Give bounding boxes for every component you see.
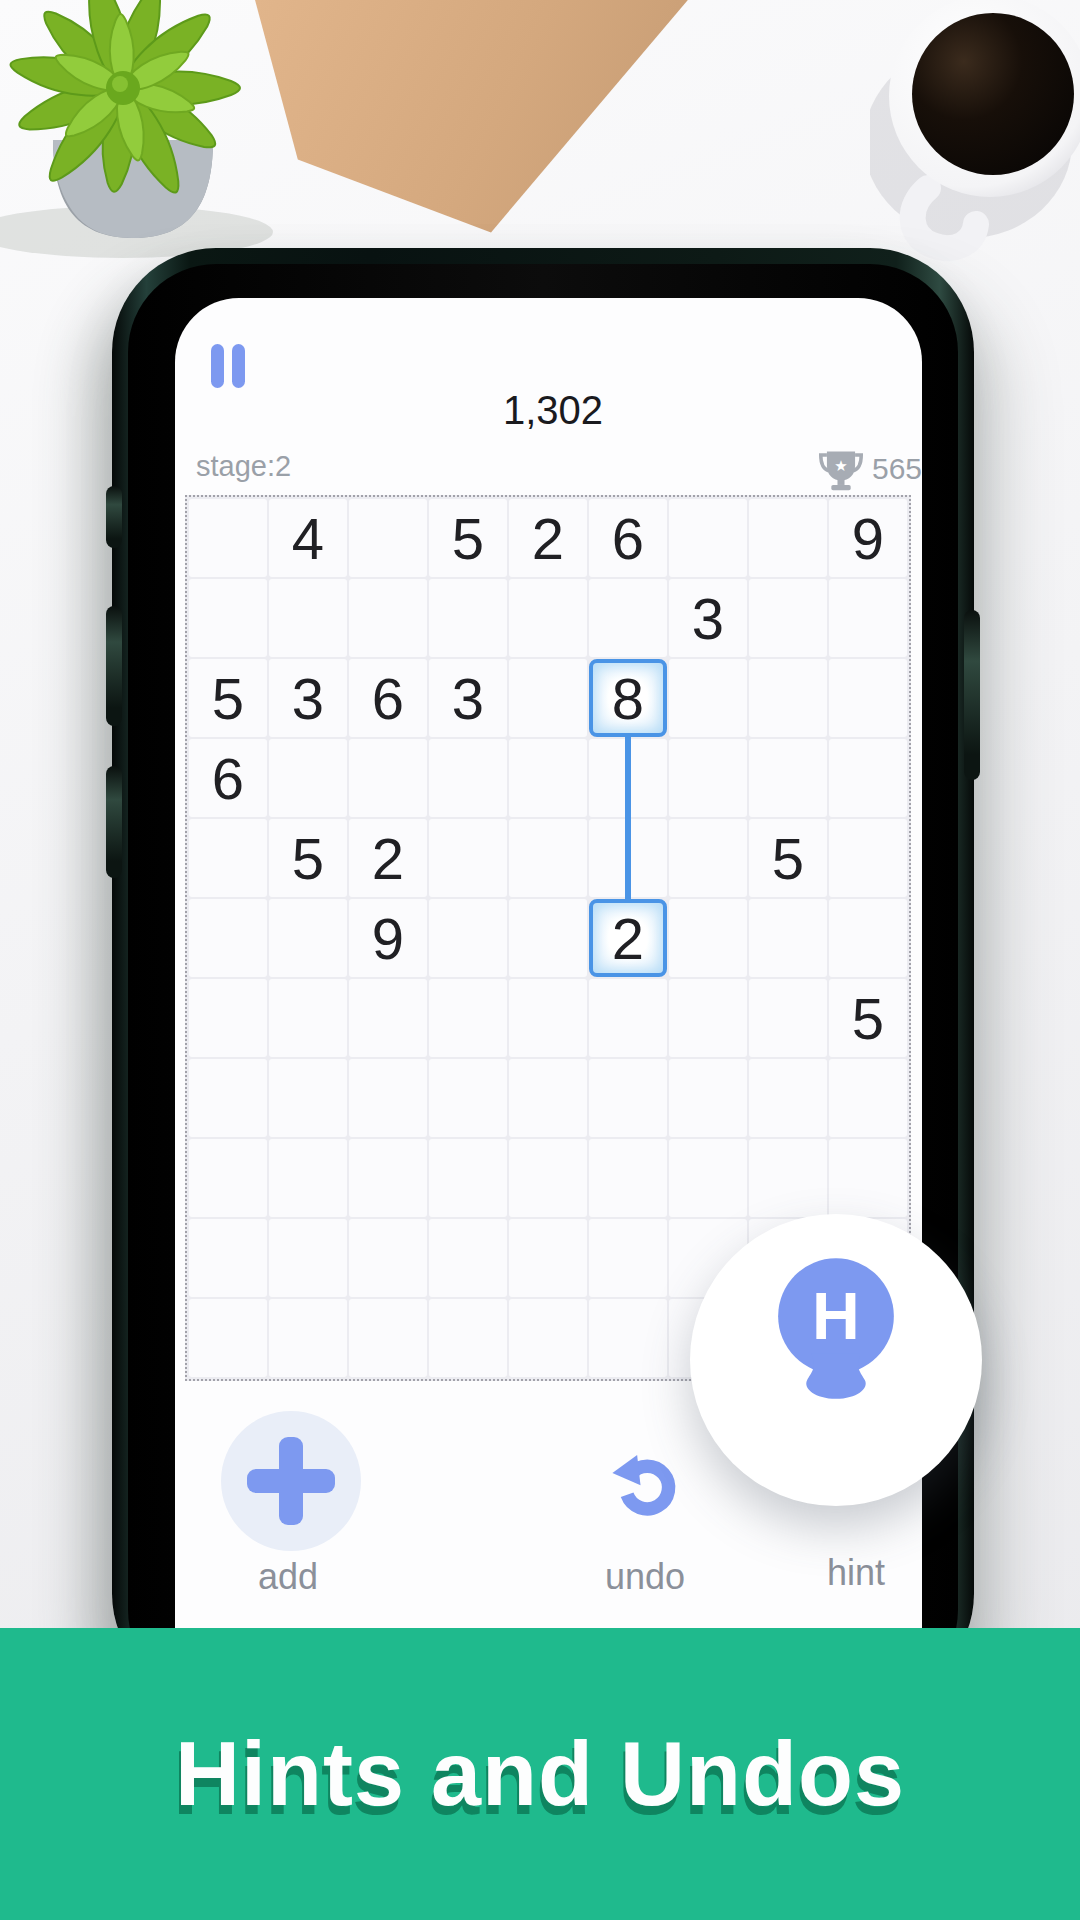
grid-cell[interactable] — [269, 1059, 347, 1137]
stage-label: stage:2 — [196, 450, 291, 483]
grid-cell[interactable] — [509, 899, 587, 977]
grid-cell[interactable]: 2 — [349, 819, 427, 897]
grid-cell[interactable] — [509, 579, 587, 657]
grid-cell[interactable] — [589, 979, 667, 1057]
grid-cell[interactable]: 9 — [349, 899, 427, 977]
grid-cell[interactable] — [189, 1219, 267, 1297]
grid-cell[interactable] — [829, 1059, 907, 1137]
grid-cell[interactable] — [829, 899, 907, 977]
grid-cell[interactable] — [349, 1299, 427, 1377]
grid-cell[interactable] — [269, 739, 347, 817]
hint-label: hint — [827, 1552, 885, 1594]
score-value: 1,302 — [503, 388, 603, 433]
grid-cell[interactable] — [669, 819, 747, 897]
grid-cell[interactable] — [349, 499, 427, 577]
hint-letter: H — [812, 1279, 860, 1353]
grid-cell[interactable]: 5 — [189, 659, 267, 737]
grid-cell[interactable] — [509, 1059, 587, 1137]
pause-icon — [232, 344, 245, 388]
grid-cell[interactable] — [509, 1219, 587, 1297]
grid-cell[interactable]: 6 — [349, 659, 427, 737]
grid-cell[interactable] — [589, 1059, 667, 1137]
grid-cell[interactable] — [429, 819, 507, 897]
grid-cell[interactable] — [429, 899, 507, 977]
grid-cell[interactable] — [429, 1059, 507, 1137]
pause-icon — [211, 344, 224, 388]
grid-cell[interactable] — [189, 979, 267, 1057]
lightbulb-icon: H — [774, 1256, 898, 1426]
grid-cell[interactable] — [269, 979, 347, 1057]
grid-cell[interactable] — [189, 499, 267, 577]
promo-screenshot: 1,302 stage:2 ★ 565 452693536386525925 a… — [0, 0, 1080, 1920]
grid-cell[interactable] — [509, 819, 587, 897]
grid-cell[interactable]: 8 — [589, 659, 667, 737]
undo-button[interactable] — [609, 1447, 681, 1519]
grid-cell[interactable] — [669, 979, 747, 1057]
grid-cell[interactable] — [269, 1299, 347, 1377]
grid-cell[interactable] — [669, 499, 747, 577]
grid-cell[interactable] — [349, 1059, 427, 1137]
grid-cell[interactable] — [349, 979, 427, 1057]
power-button — [106, 766, 122, 878]
plus-icon — [279, 1437, 303, 1525]
grid-cell[interactable] — [749, 1139, 827, 1217]
grid-cell[interactable] — [509, 1299, 587, 1377]
grid-cell[interactable] — [589, 1219, 667, 1297]
grid-cell[interactable] — [669, 659, 747, 737]
grid-cell[interactable]: 2 — [589, 899, 667, 977]
grid-cell[interactable] — [349, 1219, 427, 1297]
add-button[interactable] — [221, 1411, 361, 1551]
grid-cell[interactable] — [829, 659, 907, 737]
grid-cell[interactable] — [509, 979, 587, 1057]
grid-cell[interactable] — [189, 899, 267, 977]
banner-title: Hints and Undos — [175, 1723, 905, 1826]
undo-arrow-icon — [612, 1455, 640, 1485]
volume-button — [106, 606, 122, 726]
hint-button[interactable]: H — [690, 1214, 982, 1506]
grid-cell[interactable] — [429, 1139, 507, 1217]
grid-cell[interactable] — [589, 579, 667, 657]
trophy-score: 565 — [872, 452, 922, 486]
grid-cell[interactable]: 5 — [429, 499, 507, 577]
grid-cell[interactable] — [749, 1059, 827, 1137]
grid-cell[interactable]: 5 — [749, 819, 827, 897]
grid-cell[interactable] — [749, 899, 827, 977]
grid-cell[interactable] — [669, 899, 747, 977]
grid-cell[interactable] — [429, 979, 507, 1057]
promo-banner: Hints and Undos — [0, 1628, 1080, 1920]
grid-cell[interactable] — [429, 579, 507, 657]
grid-cell[interactable]: 9 — [829, 499, 907, 577]
grid-cell[interactable] — [349, 1139, 427, 1217]
undo-label: undo — [605, 1556, 685, 1598]
grid-cell[interactable] — [429, 739, 507, 817]
grid-cell[interactable] — [749, 979, 827, 1057]
grid-cell[interactable] — [509, 659, 587, 737]
grid-cell[interactable] — [189, 1299, 267, 1377]
pause-button[interactable] — [211, 344, 245, 388]
star-icon: ★ — [834, 457, 847, 474]
grid-cell[interactable]: 4 — [269, 499, 347, 577]
grid-cell[interactable] — [669, 1139, 747, 1217]
grid-cell[interactable] — [269, 899, 347, 977]
grid-cell[interactable]: 3 — [269, 659, 347, 737]
grid-cell[interactable] — [269, 1139, 347, 1217]
grid-cell[interactable]: 5 — [829, 979, 907, 1057]
grid-cell[interactable] — [829, 579, 907, 657]
trophy-icon: ★ — [818, 448, 864, 492]
grid-cell[interactable] — [269, 1219, 347, 1297]
grid-cell[interactable] — [749, 579, 827, 657]
succulent-plant — [0, 0, 378, 270]
grid-cell[interactable] — [829, 819, 907, 897]
grid-cell[interactable] — [429, 1219, 507, 1297]
grid-cell[interactable] — [509, 739, 587, 817]
grid-cell[interactable] — [429, 1299, 507, 1377]
grid-cell[interactable] — [189, 579, 267, 657]
grid-cell[interactable] — [829, 1139, 907, 1217]
grid-cell[interactable]: 5 — [269, 819, 347, 897]
grid-cell[interactable]: 6 — [189, 739, 267, 817]
grid-cell[interactable]: 3 — [669, 579, 747, 657]
grid-cell[interactable] — [589, 1139, 667, 1217]
selection-connector-line — [625, 735, 631, 901]
grid-cell[interactable]: 2 — [509, 499, 587, 577]
grid-cell[interactable]: 3 — [429, 659, 507, 737]
grid-cell[interactable] — [749, 499, 827, 577]
add-label: add — [258, 1556, 318, 1598]
volume-button — [106, 486, 122, 548]
side-button — [964, 610, 980, 780]
grid-cell[interactable]: 6 — [589, 499, 667, 577]
grid-cell[interactable] — [269, 579, 347, 657]
grid-cell[interactable] — [189, 1139, 267, 1217]
grid-cell[interactable] — [669, 739, 747, 817]
grid-cell[interactable] — [749, 739, 827, 817]
grid-cell[interactable] — [509, 1139, 587, 1217]
coffee-cup — [870, 0, 1080, 282]
grid-cell[interactable] — [829, 739, 907, 817]
grid-cell[interactable] — [349, 579, 427, 657]
grid-cell[interactable] — [669, 1059, 747, 1137]
grid-cell[interactable] — [589, 1299, 667, 1377]
grid-cell[interactable] — [189, 1059, 267, 1137]
grid-cell[interactable] — [749, 659, 827, 737]
grid-cell[interactable] — [349, 739, 427, 817]
grid-cell[interactable] — [189, 819, 267, 897]
